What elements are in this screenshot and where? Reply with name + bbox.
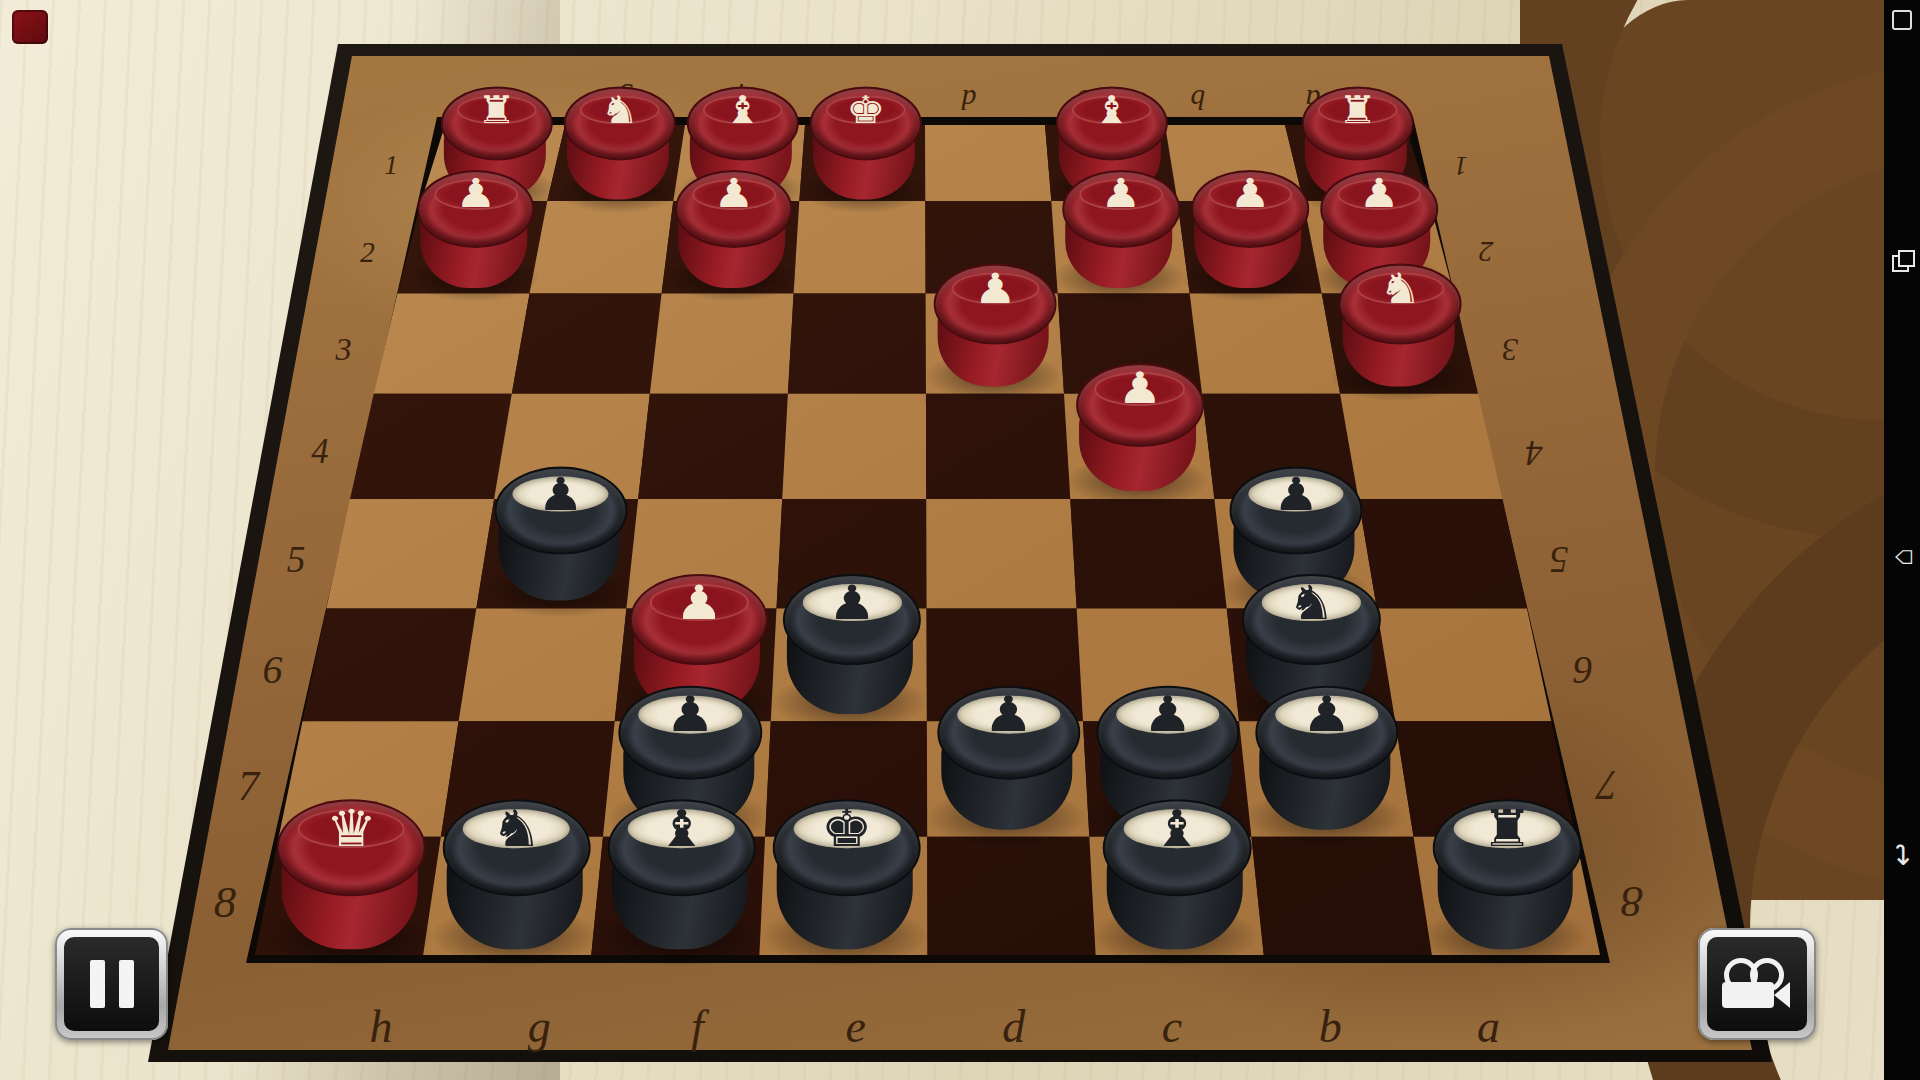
pawn-glyph: ♟ xyxy=(828,579,876,626)
red-pawn-b2[interactable]: ♟ xyxy=(1191,170,1305,293)
file-label-top-d: d xyxy=(961,83,976,117)
rank-label-left-6: 6 xyxy=(262,647,282,693)
red-pawn-h2[interactable]: ♟ xyxy=(417,170,531,293)
black-pawn-e6[interactable]: ♟ xyxy=(783,575,917,720)
king-glyph: ♚ xyxy=(821,803,873,854)
file-label-bottom-a: a xyxy=(1477,1000,1500,1053)
rook-glyph: ♜ xyxy=(1481,803,1533,854)
knight-glyph: ♞ xyxy=(600,91,639,129)
rank-label-right-4: 4 xyxy=(1526,432,1543,472)
pawn-glyph: ♟ xyxy=(1101,174,1142,214)
rank-label-left-1: 1 xyxy=(384,150,398,181)
rank-label-right-6: 6 xyxy=(1573,647,1593,693)
red-pawn-c2[interactable]: ♟ xyxy=(1062,170,1176,293)
red-badge-icon xyxy=(12,10,48,44)
android-navigation-bar: ⌂ ↩ xyxy=(1884,0,1920,1080)
black-rook-a8[interactable]: ♜ xyxy=(1433,799,1578,955)
black-king-e8[interactable]: ♚ xyxy=(772,799,917,955)
rank-label-right-7: 7 xyxy=(1597,760,1618,809)
black-pawn-g5[interactable]: ♟ xyxy=(494,467,623,606)
bishop-glyph: ♝ xyxy=(1151,803,1203,854)
pawn-glyph: ♟ xyxy=(974,268,1017,310)
pawn-glyph: ♟ xyxy=(1273,471,1319,516)
bishop-glyph: ♝ xyxy=(723,91,762,129)
file-label-bottom-h: h xyxy=(370,1000,393,1053)
bishop-glyph: ♝ xyxy=(656,803,708,854)
pawn-glyph: ♟ xyxy=(1143,690,1193,739)
pawn-glyph: ♟ xyxy=(1359,174,1400,214)
rank-label-left-3: 3 xyxy=(336,330,352,367)
rank-label-right-1: 1 xyxy=(1454,150,1468,181)
file-label-bottom-e: e xyxy=(845,1000,865,1053)
rank-label-left-8: 8 xyxy=(214,876,236,928)
red-pawn-d3[interactable]: ♟ xyxy=(934,263,1053,391)
file-label-bottom-g: g xyxy=(528,1000,551,1053)
rank-label-right-2: 2 xyxy=(1478,235,1493,269)
black-pawn-b7[interactable]: ♟ xyxy=(1255,685,1394,836)
pawn-glyph: ♟ xyxy=(1230,174,1271,214)
red-knight-a3[interactable]: ♞ xyxy=(1339,263,1458,391)
pawn-glyph: ♟ xyxy=(714,174,755,214)
bishop-glyph: ♝ xyxy=(1092,91,1131,129)
pawn-glyph: ♟ xyxy=(675,579,723,626)
king-glyph: ♚ xyxy=(846,91,885,129)
black-bishop-f8[interactable]: ♝ xyxy=(607,799,752,955)
pawn-glyph: ♟ xyxy=(538,471,584,516)
red-knight-g1[interactable]: ♞ xyxy=(563,87,671,204)
file-label-bottom-d: d xyxy=(1002,1000,1025,1053)
pawn-glyph: ♟ xyxy=(1117,367,1161,411)
video-camera-icon xyxy=(1707,937,1807,1031)
rank-label-right-3: 3 xyxy=(1502,330,1518,367)
black-pawn-d7[interactable]: ♟ xyxy=(937,685,1076,836)
knight-glyph: ♞ xyxy=(1379,268,1422,310)
rook-glyph: ♜ xyxy=(477,91,516,129)
pause-icon xyxy=(64,937,159,1031)
pawn-glyph: ♟ xyxy=(1302,690,1352,739)
file-label-bottom-f: f xyxy=(691,1000,704,1053)
rook-glyph: ♜ xyxy=(1338,91,1377,129)
rank-label-left-5: 5 xyxy=(287,538,306,581)
queen-glyph: ♛ xyxy=(325,803,377,854)
pawn-glyph: ♟ xyxy=(455,174,496,214)
knight-glyph: ♞ xyxy=(1287,579,1335,626)
back-icon[interactable]: ↩ xyxy=(1886,843,1919,866)
rank-label-left-7: 7 xyxy=(238,760,259,809)
red-king-e1[interactable]: ♚ xyxy=(809,87,917,204)
black-knight-g8[interactable]: ♞ xyxy=(442,799,587,955)
knight-glyph: ♞ xyxy=(491,803,543,854)
home-icon[interactable]: ⌂ xyxy=(1885,548,1919,566)
red-queen-h8[interactable]: ♛ xyxy=(277,799,422,955)
rank-label-right-8: 8 xyxy=(1621,876,1643,928)
file-label-bottom-b: b xyxy=(1319,1000,1342,1053)
game-screen: hgfedcbahgfedcba1234567812345678 ♜♞♝♚♝♜♟… xyxy=(0,0,1920,1080)
red-pawn-c4[interactable]: ♟ xyxy=(1076,363,1200,497)
pawn-glyph: ♟ xyxy=(984,690,1034,739)
red-pawn-f2[interactable]: ♟ xyxy=(675,170,789,293)
recent-apps-icon[interactable] xyxy=(1892,250,1912,270)
file-label-top-b: b xyxy=(1191,83,1206,117)
black-bishop-c8[interactable]: ♝ xyxy=(1103,799,1248,955)
camera-button[interactable] xyxy=(1698,928,1816,1040)
app-icon[interactable] xyxy=(1892,10,1912,30)
rank-label-right-5: 5 xyxy=(1549,538,1568,581)
rank-label-left-4: 4 xyxy=(311,432,328,472)
rank-label-left-2: 2 xyxy=(360,235,375,269)
file-label-bottom-c: c xyxy=(1162,1000,1182,1053)
pawn-glyph: ♟ xyxy=(665,690,715,739)
pause-button[interactable] xyxy=(55,928,168,1040)
